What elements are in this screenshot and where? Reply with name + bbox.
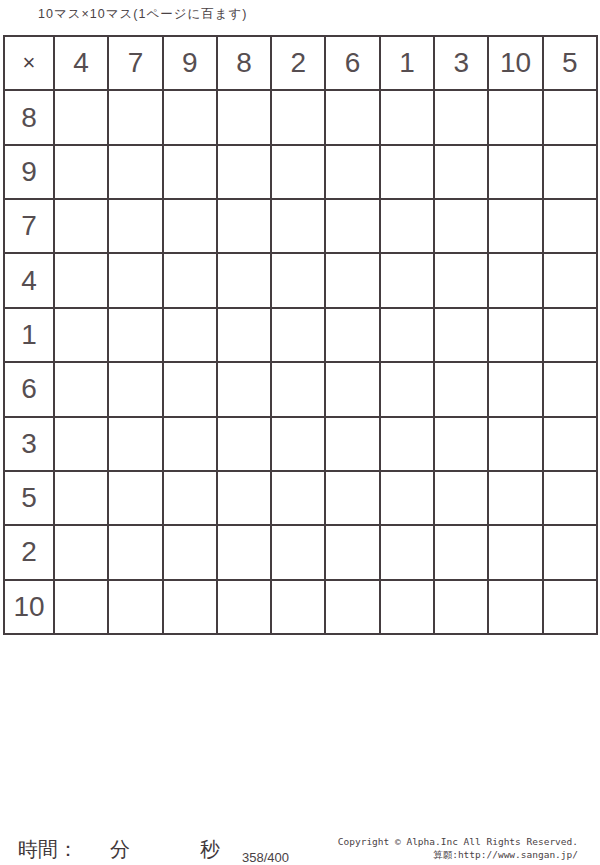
row-header-cell-3: 7 [5, 200, 53, 252]
row-header-cell-10: 10 [5, 581, 53, 633]
answer-cell-r10c5[interactable] [272, 581, 324, 633]
answer-cell-r9c3[interactable] [164, 526, 216, 578]
answer-cell-r5c10[interactable] [544, 309, 596, 361]
answer-cell-r1c10[interactable] [544, 91, 596, 143]
answer-cell-r5c2[interactable] [109, 309, 161, 361]
answer-cell-r3c4[interactable] [218, 200, 270, 252]
col-header-cell-3: 9 [164, 37, 216, 89]
answer-cell-r3c9[interactable] [489, 200, 541, 252]
answer-cell-r9c9[interactable] [489, 526, 541, 578]
answer-cell-r10c4[interactable] [218, 581, 270, 633]
answer-cell-r3c10[interactable] [544, 200, 596, 252]
col-header-cell-4: 8 [218, 37, 270, 89]
row-header-cell-5: 1 [5, 309, 53, 361]
row-header-cell-1: 8 [5, 91, 53, 143]
answer-cell-r1c9[interactable] [489, 91, 541, 143]
col-header-cell-2: 7 [109, 37, 161, 89]
answer-cell-r10c6[interactable] [326, 581, 378, 633]
answer-cell-r5c4[interactable] [218, 309, 270, 361]
row-header-cell-6: 6 [5, 363, 53, 415]
answer-cell-r5c9[interactable] [489, 309, 541, 361]
answer-cell-r3c2[interactable] [109, 200, 161, 252]
answer-cell-r4c6[interactable] [326, 254, 378, 306]
time-label: 時間： [18, 836, 78, 863]
answer-cell-r10c1[interactable] [55, 581, 107, 633]
answer-cell-r9c5[interactable] [272, 526, 324, 578]
answer-cell-r7c8[interactable] [435, 418, 487, 470]
answer-cell-r4c1[interactable] [55, 254, 107, 306]
answer-cell-r3c5[interactable] [272, 200, 324, 252]
col-header-cell-6: 6 [326, 37, 378, 89]
answer-cell-r9c8[interactable] [435, 526, 487, 578]
answer-cell-r10c3[interactable] [164, 581, 216, 633]
answer-cell-r8c10[interactable] [544, 472, 596, 524]
answer-cell-r2c8[interactable] [435, 146, 487, 198]
answer-cell-r6c8[interactable] [435, 363, 487, 415]
worksheet-page: 10マス×10マス(1ページに百ます) ×4798261310589741635… [0, 0, 600, 865]
answer-cell-r7c3[interactable] [164, 418, 216, 470]
answer-cell-r7c5[interactable] [272, 418, 324, 470]
row-header-cell-2: 9 [5, 146, 53, 198]
answer-cell-r4c5[interactable] [272, 254, 324, 306]
answer-cell-r1c4[interactable] [218, 91, 270, 143]
answer-cell-r4c3[interactable] [164, 254, 216, 306]
answer-cell-r8c2[interactable] [109, 472, 161, 524]
answer-cell-r8c3[interactable] [164, 472, 216, 524]
answer-cell-r10c2[interactable] [109, 581, 161, 633]
answer-cell-r7c9[interactable] [489, 418, 541, 470]
answer-cell-r7c7[interactable] [381, 418, 433, 470]
minutes-label: 分 [110, 836, 130, 863]
answer-cell-r8c5[interactable] [272, 472, 324, 524]
answer-cell-r6c2[interactable] [109, 363, 161, 415]
copyright-line2: 算願:http://www.sangan.jp/ [338, 848, 578, 861]
answer-cell-r2c4[interactable] [218, 146, 270, 198]
answer-cell-r9c1[interactable] [55, 526, 107, 578]
answer-cell-r4c4[interactable] [218, 254, 270, 306]
answer-cell-r8c8[interactable] [435, 472, 487, 524]
answer-cell-r5c6[interactable] [326, 309, 378, 361]
answer-cell-r10c10[interactable] [544, 581, 596, 633]
answer-cell-r9c2[interactable] [109, 526, 161, 578]
col-header-cell-10: 5 [544, 37, 596, 89]
answer-cell-r2c9[interactable] [489, 146, 541, 198]
answer-cell-r8c1[interactable] [55, 472, 107, 524]
operator-cell: × [5, 37, 53, 89]
answer-cell-r3c7[interactable] [381, 200, 433, 252]
answer-cell-r4c2[interactable] [109, 254, 161, 306]
time-row: 時間： 分 秒 358/400 [18, 836, 289, 865]
answer-cell-r4c10[interactable] [544, 254, 596, 306]
answer-cell-r4c8[interactable] [435, 254, 487, 306]
answer-cell-r8c7[interactable] [381, 472, 433, 524]
answer-cell-r5c8[interactable] [435, 309, 487, 361]
row-header-cell-9: 2 [5, 526, 53, 578]
answer-cell-r1c7[interactable] [381, 91, 433, 143]
answer-cell-r2c10[interactable] [544, 146, 596, 198]
answer-cell-r1c8[interactable] [435, 91, 487, 143]
time-underline: 時間： 分 秒 [18, 836, 230, 865]
answer-cell-r5c1[interactable] [55, 309, 107, 361]
answer-cell-r10c7[interactable] [381, 581, 433, 633]
answer-cell-r10c8[interactable] [435, 581, 487, 633]
answer-cell-r6c6[interactable] [326, 363, 378, 415]
answer-cell-r8c4[interactable] [218, 472, 270, 524]
answer-cell-r7c2[interactable] [109, 418, 161, 470]
col-header-cell-8: 3 [435, 37, 487, 89]
answer-cell-r1c3[interactable] [164, 91, 216, 143]
answer-cell-r1c1[interactable] [55, 91, 107, 143]
col-header-cell-1: 4 [55, 37, 107, 89]
seconds-label: 秒 [200, 836, 220, 863]
row-header-cell-8: 5 [5, 472, 53, 524]
answer-cell-r4c7[interactable] [381, 254, 433, 306]
answer-cell-r8c9[interactable] [489, 472, 541, 524]
answer-cell-r1c2[interactable] [109, 91, 161, 143]
col-header-cell-7: 1 [381, 37, 433, 89]
answer-cell-r2c1[interactable] [55, 146, 107, 198]
answer-cell-r10c9[interactable] [489, 581, 541, 633]
copyright-line1: Copyright © Alpha.Inc All Rights Reserve… [338, 835, 578, 848]
answer-cell-r6c3[interactable] [164, 363, 216, 415]
answer-cell-r6c5[interactable] [272, 363, 324, 415]
copyright-block: Copyright © Alpha.Inc All Rights Reserve… [338, 835, 578, 861]
answer-cell-r8c6[interactable] [326, 472, 378, 524]
answer-cell-r9c7[interactable] [381, 526, 433, 578]
answer-cell-r5c5[interactable] [272, 309, 324, 361]
answer-cell-r7c6[interactable] [326, 418, 378, 470]
answer-cell-r6c4[interactable] [218, 363, 270, 415]
answer-cell-r3c1[interactable] [55, 200, 107, 252]
answer-cell-r6c9[interactable] [489, 363, 541, 415]
answer-cell-r6c10[interactable] [544, 363, 596, 415]
answer-cell-r2c5[interactable] [272, 146, 324, 198]
answer-cell-r3c3[interactable] [164, 200, 216, 252]
answer-cell-r2c2[interactable] [109, 146, 161, 198]
answer-cell-r7c1[interactable] [55, 418, 107, 470]
answer-cell-r2c7[interactable] [381, 146, 433, 198]
answer-cell-r9c10[interactable] [544, 526, 596, 578]
answer-cell-r6c1[interactable] [55, 363, 107, 415]
col-header-cell-5: 2 [272, 37, 324, 89]
answer-cell-r4c9[interactable] [489, 254, 541, 306]
answer-cell-r3c8[interactable] [435, 200, 487, 252]
row-header-cell-4: 4 [5, 254, 53, 306]
answer-cell-r9c6[interactable] [326, 526, 378, 578]
answer-cell-r6c7[interactable] [381, 363, 433, 415]
answer-cell-r2c6[interactable] [326, 146, 378, 198]
col-header-cell-9: 10 [489, 37, 541, 89]
answer-cell-r1c6[interactable] [326, 91, 378, 143]
answer-cell-r2c3[interactable] [164, 146, 216, 198]
answer-cell-r7c4[interactable] [218, 418, 270, 470]
worksheet-title: 10マス×10マス(1ページに百ます) [38, 6, 248, 23]
answer-cell-r5c7[interactable] [381, 309, 433, 361]
answer-cell-r7c10[interactable] [544, 418, 596, 470]
row-header-cell-7: 3 [5, 418, 53, 470]
answer-cell-r1c5[interactable] [272, 91, 324, 143]
answer-cell-r3c6[interactable] [326, 200, 378, 252]
multiplication-grid: ×4798261310589741635210 [3, 35, 598, 635]
page-indicator: 358/400 [242, 850, 289, 865]
answer-cell-r9c4[interactable] [218, 526, 270, 578]
answer-cell-r5c3[interactable] [164, 309, 216, 361]
